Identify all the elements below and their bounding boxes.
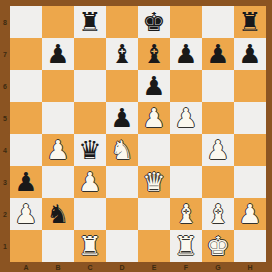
square-e8[interactable]: ♚ [138,6,170,38]
piece-white-king[interactable]: ♚ [206,230,229,262]
square-b5[interactable] [42,102,74,134]
square-h8[interactable]: ♜ [234,6,266,38]
rank-label-1: 1 [0,230,10,262]
piece-white-rook[interactable]: ♜ [174,230,197,262]
square-e6[interactable]: ♟ [138,70,170,102]
chess-board: ♜♚♜♟♝♝♟♟♟♟♟♟♟♟♛♞♟♟♟♛♟♞♝♝♟♜♜♚ [10,6,266,262]
square-d6[interactable] [106,70,138,102]
piece-white-pawn[interactable]: ♟ [46,134,69,166]
square-c2[interactable] [74,198,106,230]
file-label-a: A [10,262,42,272]
square-f1[interactable]: ♜ [170,230,202,262]
rank-label-5: 5 [0,102,10,134]
square-c5[interactable] [74,102,106,134]
square-b3[interactable] [42,166,74,198]
square-f6[interactable] [170,70,202,102]
piece-black-pawn[interactable]: ♟ [110,102,133,134]
file-label-e: E [138,262,170,272]
piece-white-bishop[interactable]: ♝ [206,198,229,230]
square-f5[interactable]: ♟ [170,102,202,134]
rank-label-8: 8 [0,6,10,38]
square-f3[interactable] [170,166,202,198]
square-c7[interactable] [74,38,106,70]
square-b8[interactable] [42,6,74,38]
square-b6[interactable] [42,70,74,102]
piece-black-pawn[interactable]: ♟ [174,38,197,70]
square-f4[interactable] [170,134,202,166]
square-h3[interactable] [234,166,266,198]
piece-white-knight[interactable]: ♞ [110,134,133,166]
square-d2[interactable] [106,198,138,230]
square-g4[interactable]: ♟ [202,134,234,166]
piece-white-pawn[interactable]: ♟ [78,166,101,198]
square-e5[interactable]: ♟ [138,102,170,134]
square-d3[interactable] [106,166,138,198]
square-b4[interactable]: ♟ [42,134,74,166]
piece-black-rook[interactable]: ♜ [238,6,261,38]
square-d4[interactable]: ♞ [106,134,138,166]
square-a2[interactable]: ♟ [10,198,42,230]
piece-black-pawn[interactable]: ♟ [46,38,69,70]
file-label-d: D [106,262,138,272]
square-g6[interactable] [202,70,234,102]
piece-black-pawn[interactable]: ♟ [206,38,229,70]
square-g2[interactable]: ♝ [202,198,234,230]
square-a8[interactable] [10,6,42,38]
square-a4[interactable] [10,134,42,166]
file-label-f: F [170,262,202,272]
square-d1[interactable] [106,230,138,262]
square-g8[interactable] [202,6,234,38]
piece-black-knight[interactable]: ♞ [46,198,69,230]
file-labels: ABCDEFGH [10,262,266,272]
square-g5[interactable] [202,102,234,134]
square-d8[interactable] [106,6,138,38]
square-b1[interactable] [42,230,74,262]
square-e7[interactable]: ♝ [138,38,170,70]
square-a1[interactable] [10,230,42,262]
rank-label-7: 7 [0,38,10,70]
file-label-b: B [42,262,74,272]
square-b2[interactable]: ♞ [42,198,74,230]
file-label-g: G [202,262,234,272]
square-a5[interactable] [10,102,42,134]
square-e3[interactable]: ♛ [138,166,170,198]
square-f2[interactable]: ♝ [170,198,202,230]
rank-label-6: 6 [0,70,10,102]
piece-white-bishop[interactable]: ♝ [174,198,197,230]
piece-white-queen[interactable]: ♛ [142,166,165,198]
square-g3[interactable] [202,166,234,198]
square-e2[interactable] [138,198,170,230]
square-f8[interactable] [170,6,202,38]
square-g7[interactable]: ♟ [202,38,234,70]
square-h6[interactable] [234,70,266,102]
square-f7[interactable]: ♟ [170,38,202,70]
piece-black-king[interactable]: ♚ [142,6,165,38]
square-c6[interactable] [74,70,106,102]
square-c1[interactable]: ♜ [74,230,106,262]
piece-white-pawn[interactable]: ♟ [238,198,261,230]
piece-black-rook[interactable]: ♜ [78,6,101,38]
piece-white-rook[interactable]: ♜ [78,230,101,262]
square-c8[interactable]: ♜ [74,6,106,38]
piece-black-pawn[interactable]: ♟ [238,38,261,70]
square-h7[interactable]: ♟ [234,38,266,70]
rank-label-3: 3 [0,166,10,198]
piece-black-queen[interactable]: ♛ [78,134,101,166]
square-b7[interactable]: ♟ [42,38,74,70]
square-d7[interactable]: ♝ [106,38,138,70]
piece-black-pawn[interactable]: ♟ [14,166,37,198]
piece-white-pawn[interactable]: ♟ [174,102,197,134]
square-c3[interactable]: ♟ [74,166,106,198]
piece-black-bishop[interactable]: ♝ [142,38,165,70]
piece-white-pawn[interactable]: ♟ [142,102,165,134]
square-a6[interactable] [10,70,42,102]
square-h1[interactable] [234,230,266,262]
square-h4[interactable] [234,134,266,166]
square-e4[interactable] [138,134,170,166]
square-h5[interactable] [234,102,266,134]
chess-board-frame: 87654321 ♜♚♜♟♝♝♟♟♟♟♟♟♟♟♛♞♟♟♟♛♟♞♝♝♟♜♜♚ AB… [0,0,272,272]
square-h2[interactable]: ♟ [234,198,266,230]
file-label-c: C [74,262,106,272]
rank-label-4: 4 [0,134,10,166]
square-e1[interactable] [138,230,170,262]
rank-labels: 87654321 [0,6,10,262]
piece-white-pawn[interactable]: ♟ [14,198,37,230]
square-a3[interactable]: ♟ [10,166,42,198]
square-d5[interactable]: ♟ [106,102,138,134]
square-c4[interactable]: ♛ [74,134,106,166]
rank-label-2: 2 [0,198,10,230]
square-g1[interactable]: ♚ [202,230,234,262]
piece-black-pawn[interactable]: ♟ [142,70,165,102]
piece-white-pawn[interactable]: ♟ [206,134,229,166]
file-label-h: H [234,262,266,272]
piece-black-bishop[interactable]: ♝ [110,38,133,70]
square-a7[interactable] [10,38,42,70]
